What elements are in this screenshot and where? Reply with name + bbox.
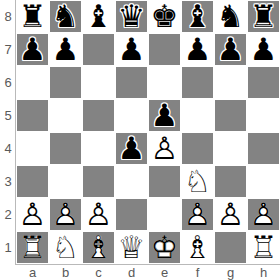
- square-d6[interactable]: [115, 66, 148, 99]
- square-e3[interactable]: [148, 165, 181, 198]
- square-g3[interactable]: [214, 165, 247, 198]
- file-label-h: h: [247, 264, 280, 280]
- square-c8[interactable]: ♝: [82, 0, 115, 33]
- square-h6[interactable]: [247, 66, 280, 99]
- square-f5[interactable]: [181, 99, 214, 132]
- black-rook-piece[interactable]: ♜: [247, 0, 280, 33]
- square-c2[interactable]: ♟♙: [82, 198, 115, 231]
- square-e1[interactable]: ♚♔: [148, 231, 181, 264]
- black-rook-piece[interactable]: ♜: [16, 0, 49, 33]
- black-queen-piece[interactable]: ♛: [115, 0, 148, 33]
- square-d8[interactable]: ♛: [115, 0, 148, 33]
- black-bishop-piece[interactable]: ♝: [181, 0, 214, 33]
- square-b8[interactable]: ♞: [49, 0, 82, 33]
- white-rook-piece[interactable]: ♜♖: [16, 231, 49, 264]
- file-labels: abcdefgh: [16, 264, 280, 280]
- rank-label-8: 8: [0, 0, 16, 33]
- square-h4[interactable]: [247, 132, 280, 165]
- square-d2[interactable]: [115, 198, 148, 231]
- corner-spacer: [0, 264, 16, 280]
- black-knight-piece[interactable]: ♞: [214, 0, 247, 33]
- black-pawn-piece[interactable]: ♟: [181, 33, 214, 66]
- rank-label-3: 3: [0, 165, 16, 198]
- square-f1[interactable]: ♝♗: [181, 231, 214, 264]
- square-g2[interactable]: ♟♙: [214, 198, 247, 231]
- square-e5[interactable]: ♟: [148, 99, 181, 132]
- rank-labels: 87654321: [0, 0, 16, 264]
- file-label-d: d: [115, 264, 148, 280]
- square-c6[interactable]: [82, 66, 115, 99]
- black-knight-piece[interactable]: ♞: [49, 0, 82, 33]
- black-pawn-piece[interactable]: ♟: [16, 33, 49, 66]
- square-g4[interactable]: [214, 132, 247, 165]
- square-a2[interactable]: ♟♙: [16, 198, 49, 231]
- white-pawn-piece[interactable]: ♟♙: [214, 198, 247, 231]
- square-d7[interactable]: ♟: [115, 33, 148, 66]
- rank-label-4: 4: [0, 132, 16, 165]
- square-b6[interactable]: [49, 66, 82, 99]
- square-b7[interactable]: ♟: [49, 33, 82, 66]
- square-h7[interactable]: ♟: [247, 33, 280, 66]
- square-d1[interactable]: ♛♕: [115, 231, 148, 264]
- square-e7[interactable]: [148, 33, 181, 66]
- square-c1[interactable]: ♝♗: [82, 231, 115, 264]
- square-g6[interactable]: [214, 66, 247, 99]
- square-e8[interactable]: ♚: [148, 0, 181, 33]
- square-h8[interactable]: ♜: [247, 0, 280, 33]
- black-pawn-piece[interactable]: ♟: [115, 132, 148, 165]
- white-knight-piece[interactable]: ♞♘: [49, 231, 82, 264]
- square-d4[interactable]: ♟: [115, 132, 148, 165]
- square-g8[interactable]: ♞: [214, 0, 247, 33]
- square-h5[interactable]: [247, 99, 280, 132]
- square-a7[interactable]: ♟: [16, 33, 49, 66]
- square-h1[interactable]: ♜♖: [247, 231, 280, 264]
- white-bishop-piece[interactable]: ♝♗: [181, 231, 214, 264]
- black-pawn-piece[interactable]: ♟: [247, 33, 280, 66]
- square-b3[interactable]: [49, 165, 82, 198]
- white-rook-piece[interactable]: ♜♖: [247, 231, 280, 264]
- square-a8[interactable]: ♜: [16, 0, 49, 33]
- square-g1[interactable]: [214, 231, 247, 264]
- square-f7[interactable]: ♟: [181, 33, 214, 66]
- square-e4[interactable]: ♟♙: [148, 132, 181, 165]
- square-a1[interactable]: ♜♖: [16, 231, 49, 264]
- square-f6[interactable]: [181, 66, 214, 99]
- square-g5[interactable]: [214, 99, 247, 132]
- black-pawn-piece[interactable]: ♟: [115, 33, 148, 66]
- square-f4[interactable]: [181, 132, 214, 165]
- square-b5[interactable]: [49, 99, 82, 132]
- square-c7[interactable]: [82, 33, 115, 66]
- white-pawn-piece[interactable]: ♟♙: [82, 198, 115, 231]
- square-b1[interactable]: ♞♘: [49, 231, 82, 264]
- black-bishop-piece[interactable]: ♝: [82, 0, 115, 33]
- square-c4[interactable]: [82, 132, 115, 165]
- white-pawn-piece[interactable]: ♟♙: [49, 198, 82, 231]
- file-label-e: e: [148, 264, 181, 280]
- square-g7[interactable]: ♟: [214, 33, 247, 66]
- file-label-f: f: [181, 264, 214, 280]
- square-f2[interactable]: ♟♙: [181, 198, 214, 231]
- rank-label-6: 6: [0, 66, 16, 99]
- square-f3[interactable]: ♞♘: [181, 165, 214, 198]
- square-h3[interactable]: [247, 165, 280, 198]
- square-e6[interactable]: [148, 66, 181, 99]
- white-pawn-piece[interactable]: ♟♙: [181, 198, 214, 231]
- square-e2[interactable]: [148, 198, 181, 231]
- white-pawn-piece[interactable]: ♟♙: [247, 198, 280, 231]
- square-b2[interactable]: ♟♙: [49, 198, 82, 231]
- white-queen-piece[interactable]: ♛♕: [115, 231, 148, 264]
- square-a5[interactable]: [16, 99, 49, 132]
- file-label-a: a: [16, 264, 49, 280]
- rank-label-2: 2: [0, 198, 16, 231]
- square-h2[interactable]: ♟♙: [247, 198, 280, 231]
- board: ♜♞♝♛♚♝♞♜♟♟♟♟♟♟♟♟♟♙♞♘♟♙♟♙♟♙♟♙♟♙♟♙♜♖♞♘♝♗♛♕…: [16, 0, 280, 264]
- white-bishop-piece[interactable]: ♝♗: [82, 231, 115, 264]
- file-label-b: b: [49, 264, 82, 280]
- square-c3[interactable]: [82, 165, 115, 198]
- white-knight-piece[interactable]: ♞♘: [181, 165, 214, 198]
- square-d5[interactable]: [115, 99, 148, 132]
- rank-label-1: 1: [0, 231, 16, 264]
- black-king-piece[interactable]: ♚: [148, 0, 181, 33]
- white-pawn-piece[interactable]: ♟♙: [16, 198, 49, 231]
- rank-label-5: 5: [0, 99, 16, 132]
- square-a6[interactable]: [16, 66, 49, 99]
- square-d3[interactable]: [115, 165, 148, 198]
- square-f8[interactable]: ♝: [181, 0, 214, 33]
- square-b4[interactable]: [49, 132, 82, 165]
- white-king-piece[interactable]: ♚♔: [148, 231, 181, 264]
- square-a4[interactable]: [16, 132, 49, 165]
- white-pawn-piece[interactable]: ♟♙: [148, 132, 181, 165]
- square-a3[interactable]: [16, 165, 49, 198]
- file-label-g: g: [214, 264, 247, 280]
- black-pawn-piece[interactable]: ♟: [214, 33, 247, 66]
- square-c5[interactable]: [82, 99, 115, 132]
- black-pawn-piece[interactable]: ♟: [49, 33, 82, 66]
- rank-label-7: 7: [0, 33, 16, 66]
- file-label-c: c: [82, 264, 115, 280]
- black-pawn-piece[interactable]: ♟: [148, 99, 181, 132]
- chess-diagram: 87654321 ♜♞♝♛♚♝♞♜♟♟♟♟♟♟♟♟♟♙♞♘♟♙♟♙♟♙♟♙♟♙♟…: [0, 0, 280, 280]
